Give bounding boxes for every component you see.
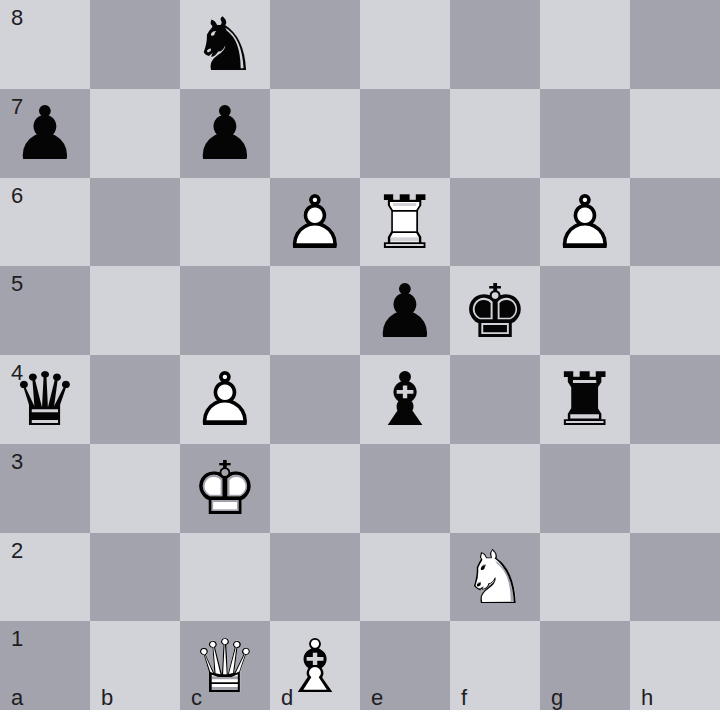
square-c1[interactable]: c♛♕ <box>180 621 270 710</box>
square-d1[interactable]: d♝♗ <box>270 621 360 710</box>
square-c3[interactable]: ♚♔ <box>180 444 270 533</box>
piece-outline-glyph: ♕ <box>180 621 270 710</box>
rank-label-6: 6 <box>11 183 23 209</box>
square-g4[interactable]: ♜ <box>540 355 630 444</box>
white-knight-f2[interactable]: ♞♘ <box>450 533 540 622</box>
file-label-b: b <box>101 685 113 710</box>
square-g7[interactable] <box>540 89 630 178</box>
black-rook-g4[interactable]: ♜ <box>540 355 630 444</box>
square-d7[interactable] <box>270 89 360 178</box>
square-c4[interactable]: ♟♙ <box>180 355 270 444</box>
square-c8[interactable]: ♞ <box>180 0 270 89</box>
square-c2[interactable] <box>180 533 270 622</box>
rank-label-1: 1 <box>11 626 23 652</box>
square-a7[interactable]: 7♟ <box>0 89 90 178</box>
square-b6[interactable] <box>90 178 180 267</box>
black-knight-c8[interactable]: ♞ <box>180 0 270 89</box>
square-c6[interactable] <box>180 178 270 267</box>
square-e7[interactable] <box>360 89 450 178</box>
square-e3[interactable] <box>360 444 450 533</box>
square-h3[interactable] <box>630 444 720 533</box>
file-label-a: a <box>11 685 23 710</box>
piece-outline-glyph: ♖ <box>360 178 450 267</box>
square-h2[interactable] <box>630 533 720 622</box>
black-bishop-e4[interactable]: ♝ <box>360 355 450 444</box>
white-king-c3[interactable]: ♚♔ <box>180 444 270 533</box>
square-d8[interactable] <box>270 0 360 89</box>
square-c7[interactable]: ♟ <box>180 89 270 178</box>
square-e2[interactable] <box>360 533 450 622</box>
square-b4[interactable] <box>90 355 180 444</box>
file-label-h: h <box>641 685 653 710</box>
square-e5[interactable]: ♟ <box>360 266 450 355</box>
square-d4[interactable] <box>270 355 360 444</box>
piece-glyph: ♞ <box>180 0 270 89</box>
square-f4[interactable] <box>450 355 540 444</box>
file-label-g: g <box>551 685 563 710</box>
piece-outline-glyph: ♙ <box>180 355 270 444</box>
square-c5[interactable] <box>180 266 270 355</box>
square-h4[interactable] <box>630 355 720 444</box>
white-bishop-d1[interactable]: ♝♗ <box>270 621 360 710</box>
square-f8[interactable] <box>450 0 540 89</box>
rank-label-8: 8 <box>11 5 23 31</box>
square-g8[interactable] <box>540 0 630 89</box>
square-h7[interactable] <box>630 89 720 178</box>
square-f2[interactable]: ♞♘ <box>450 533 540 622</box>
piece-outline-glyph: ♔ <box>180 444 270 533</box>
square-a5[interactable]: 5 <box>0 266 90 355</box>
square-e4[interactable]: ♝ <box>360 355 450 444</box>
piece-glyph: ♟ <box>0 89 90 178</box>
white-pawn-d6[interactable]: ♟♙ <box>270 178 360 267</box>
square-a1[interactable]: 1a <box>0 621 90 710</box>
square-b3[interactable] <box>90 444 180 533</box>
chess-board: 8♞7♟♟6♟♙♜♖♟♙5♟♚4♛♟♙♝♜3♚♔2♞♘1abc♛♕d♝♗efgh <box>0 0 720 710</box>
piece-outline-glyph: ♘ <box>450 533 540 622</box>
square-e1[interactable]: e <box>360 621 450 710</box>
black-pawn-e5[interactable]: ♟ <box>360 266 450 355</box>
piece-glyph: ♛ <box>0 355 90 444</box>
square-b7[interactable] <box>90 89 180 178</box>
square-g3[interactable] <box>540 444 630 533</box>
piece-glyph: ♝ <box>360 355 450 444</box>
square-b5[interactable] <box>90 266 180 355</box>
square-h5[interactable] <box>630 266 720 355</box>
square-a2[interactable]: 2 <box>0 533 90 622</box>
white-queen-c1[interactable]: ♛♕ <box>180 621 270 710</box>
white-pawn-c4[interactable]: ♟♙ <box>180 355 270 444</box>
file-label-e: e <box>371 685 383 710</box>
square-a3[interactable]: 3 <box>0 444 90 533</box>
square-h6[interactable] <box>630 178 720 267</box>
square-a6[interactable]: 6 <box>0 178 90 267</box>
square-g1[interactable]: g <box>540 621 630 710</box>
square-b2[interactable] <box>90 533 180 622</box>
square-f5[interactable]: ♚ <box>450 266 540 355</box>
black-king-f5[interactable]: ♚ <box>450 266 540 355</box>
square-d3[interactable] <box>270 444 360 533</box>
square-b8[interactable] <box>90 0 180 89</box>
piece-glyph: ♚ <box>450 266 540 355</box>
square-g5[interactable] <box>540 266 630 355</box>
square-f1[interactable]: f <box>450 621 540 710</box>
rank-label-2: 2 <box>11 538 23 564</box>
piece-glyph: ♜ <box>540 355 630 444</box>
black-pawn-a7[interactable]: ♟ <box>0 89 90 178</box>
white-pawn-g6[interactable]: ♟♙ <box>540 178 630 267</box>
rank-label-5: 5 <box>11 271 23 297</box>
square-h8[interactable] <box>630 0 720 89</box>
piece-glyph: ♟ <box>180 89 270 178</box>
square-a4[interactable]: 4♛ <box>0 355 90 444</box>
piece-outline-glyph: ♗ <box>270 621 360 710</box>
square-d6[interactable]: ♟♙ <box>270 178 360 267</box>
square-d5[interactable] <box>270 266 360 355</box>
rank-label-3: 3 <box>11 449 23 475</box>
square-f7[interactable] <box>450 89 540 178</box>
square-g2[interactable] <box>540 533 630 622</box>
square-b1[interactable]: b <box>90 621 180 710</box>
black-queen-a4[interactable]: ♛ <box>0 355 90 444</box>
square-d2[interactable] <box>270 533 360 622</box>
file-label-f: f <box>461 685 467 710</box>
square-a8[interactable]: 8 <box>0 0 90 89</box>
piece-outline-glyph: ♙ <box>270 178 360 267</box>
square-g6[interactable]: ♟♙ <box>540 178 630 267</box>
square-e6[interactable]: ♜♖ <box>360 178 450 267</box>
square-e8[interactable] <box>360 0 450 89</box>
piece-glyph: ♟ <box>360 266 450 355</box>
square-f6[interactable] <box>450 178 540 267</box>
black-pawn-c7[interactable]: ♟ <box>180 89 270 178</box>
square-h1[interactable]: h <box>630 621 720 710</box>
square-f3[interactable] <box>450 444 540 533</box>
piece-outline-glyph: ♙ <box>540 178 630 267</box>
white-rook-e6[interactable]: ♜♖ <box>360 178 450 267</box>
